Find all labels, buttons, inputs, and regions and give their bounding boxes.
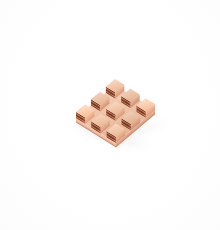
copper-heatsink <box>0 0 220 230</box>
photo-canvas <box>0 0 220 230</box>
